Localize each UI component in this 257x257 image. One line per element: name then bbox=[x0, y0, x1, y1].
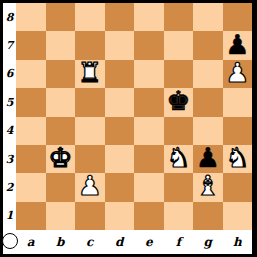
square-c3[interactable] bbox=[75, 145, 105, 173]
square-h1[interactable] bbox=[223, 202, 253, 230]
black-king-f5[interactable]: ♚ bbox=[166, 88, 190, 114]
square-d7[interactable] bbox=[105, 31, 135, 59]
square-b8[interactable] bbox=[46, 3, 76, 31]
white-rook-c6[interactable]: ♜ bbox=[78, 60, 102, 86]
square-e1[interactable] bbox=[134, 202, 164, 230]
file-label-g: g bbox=[193, 230, 223, 254]
square-g2[interactable]: ♝ bbox=[193, 173, 223, 201]
square-g7[interactable] bbox=[193, 31, 223, 59]
square-g1[interactable] bbox=[193, 202, 223, 230]
square-d3[interactable] bbox=[105, 145, 135, 173]
white-pawn-h6[interactable]: ♟ bbox=[225, 60, 249, 86]
square-g5[interactable] bbox=[193, 88, 223, 116]
square-d8[interactable] bbox=[105, 3, 135, 31]
square-h2[interactable] bbox=[223, 173, 253, 201]
white-knight-f3[interactable]: ♞ bbox=[166, 145, 190, 171]
bottom-label-strip: abcdefgh bbox=[3, 230, 252, 254]
square-b7[interactable] bbox=[46, 31, 76, 59]
square-b1[interactable] bbox=[46, 202, 76, 230]
file-label-b: b bbox=[46, 230, 76, 254]
square-a7[interactable] bbox=[16, 31, 46, 59]
square-e8[interactable] bbox=[134, 3, 164, 31]
rank-label-8: 8 bbox=[3, 3, 16, 31]
square-f6[interactable] bbox=[164, 60, 194, 88]
square-e3[interactable] bbox=[134, 145, 164, 173]
square-a2[interactable] bbox=[16, 173, 46, 201]
square-a4[interactable] bbox=[16, 117, 46, 145]
square-e7[interactable] bbox=[134, 31, 164, 59]
square-f2[interactable] bbox=[164, 173, 194, 201]
square-h6[interactable]: ♟ bbox=[223, 60, 253, 88]
file-label-c: c bbox=[75, 230, 105, 254]
square-f7[interactable] bbox=[164, 31, 194, 59]
square-f8[interactable] bbox=[164, 3, 194, 31]
square-b6[interactable] bbox=[46, 60, 76, 88]
square-a3[interactable] bbox=[16, 145, 46, 173]
file-label-h: h bbox=[223, 230, 253, 254]
square-g8[interactable] bbox=[193, 3, 223, 31]
rank-label-3: 3 bbox=[3, 145, 16, 173]
rank-label-4: 4 bbox=[3, 117, 16, 145]
rank-label-5: 5 bbox=[3, 88, 16, 116]
square-f5[interactable]: ♚ bbox=[164, 88, 194, 116]
square-h8[interactable] bbox=[223, 3, 253, 31]
rank-label-1: 1 bbox=[3, 202, 16, 230]
square-c7[interactable] bbox=[75, 31, 105, 59]
square-c2[interactable]: ♟ bbox=[75, 173, 105, 201]
rank-label-7: 7 bbox=[3, 31, 16, 59]
rank-label-2: 2 bbox=[3, 173, 16, 201]
rank-labels: 87654321 bbox=[3, 3, 16, 230]
square-a6[interactable] bbox=[16, 60, 46, 88]
square-b2[interactable] bbox=[46, 173, 76, 201]
square-b5[interactable] bbox=[46, 88, 76, 116]
white-knight-h3[interactable]: ♞ bbox=[225, 145, 249, 171]
square-h3[interactable]: ♞ bbox=[223, 145, 253, 173]
file-label-f: f bbox=[164, 230, 194, 254]
square-f3[interactable]: ♞ bbox=[164, 145, 194, 173]
square-g4[interactable] bbox=[193, 117, 223, 145]
file-label-e: e bbox=[134, 230, 164, 254]
square-e6[interactable] bbox=[134, 60, 164, 88]
square-d1[interactable] bbox=[105, 202, 135, 230]
white-pawn-c2[interactable]: ♟ bbox=[78, 173, 102, 199]
square-a1[interactable] bbox=[16, 202, 46, 230]
square-g3[interactable]: ♟ bbox=[193, 145, 223, 173]
square-e2[interactable] bbox=[134, 173, 164, 201]
square-d6[interactable] bbox=[105, 60, 135, 88]
square-c6[interactable]: ♜ bbox=[75, 60, 105, 88]
square-f4[interactable] bbox=[164, 117, 194, 145]
chess-diagram: 87654321 ♟♜♟♚♚♞♟♞♟♝ abcdefgh bbox=[0, 0, 257, 257]
square-g6[interactable] bbox=[193, 60, 223, 88]
square-d5[interactable] bbox=[105, 88, 135, 116]
square-h7[interactable]: ♟ bbox=[223, 31, 253, 59]
square-f1[interactable] bbox=[164, 202, 194, 230]
square-h5[interactable] bbox=[223, 88, 253, 116]
square-c4[interactable] bbox=[75, 117, 105, 145]
white-bishop-g2[interactable]: ♝ bbox=[196, 173, 220, 199]
square-b4[interactable] bbox=[46, 117, 76, 145]
square-c5[interactable] bbox=[75, 88, 105, 116]
black-pawn-h7[interactable]: ♟ bbox=[225, 31, 249, 57]
file-label-a: a bbox=[16, 230, 46, 254]
square-e4[interactable] bbox=[134, 117, 164, 145]
white-king-b3[interactable]: ♚ bbox=[48, 145, 72, 171]
square-b3[interactable]: ♚ bbox=[46, 145, 76, 173]
square-c8[interactable] bbox=[75, 3, 105, 31]
square-e5[interactable] bbox=[134, 88, 164, 116]
square-d4[interactable] bbox=[105, 117, 135, 145]
file-label-d: d bbox=[105, 230, 135, 254]
square-h4[interactable] bbox=[223, 117, 253, 145]
rank-label-6: 6 bbox=[3, 60, 16, 88]
square-a5[interactable] bbox=[16, 88, 46, 116]
square-d2[interactable] bbox=[105, 173, 135, 201]
square-c1[interactable] bbox=[75, 202, 105, 230]
board: ♟♜♟♚♚♞♟♞♟♝ bbox=[16, 3, 252, 230]
black-pawn-g3[interactable]: ♟ bbox=[196, 145, 220, 171]
square-a8[interactable] bbox=[16, 3, 46, 31]
file-labels: abcdefgh bbox=[16, 230, 252, 254]
